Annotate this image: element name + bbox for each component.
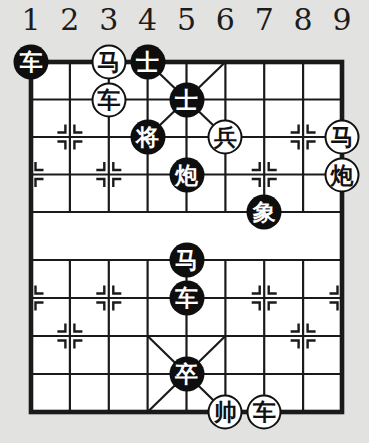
piece-black-soldier[interactable]: 卒 — [169, 357, 204, 392]
piece-red-soldier[interactable]: 兵 — [208, 120, 243, 155]
piece-red-general[interactable]: 帅 — [208, 395, 243, 430]
piece-red-cannon[interactable]: 炮 — [325, 157, 360, 192]
piece-red-chariot[interactable]: 车 — [91, 82, 126, 117]
piece-black-cannon[interactable]: 炮 — [169, 157, 204, 192]
piece-black-horse[interactable]: 马 — [169, 243, 204, 278]
piece-black-advisor[interactable]: 士 — [130, 45, 165, 80]
xiangqi-diagram: 123456789 车马士车士将兵马炮炮象马车卒帅车 — [0, 0, 369, 443]
piece-black-elephant[interactable]: 象 — [247, 195, 282, 230]
piece-black-chariot[interactable]: 车 — [169, 281, 204, 316]
piece-red-chariot[interactable]: 车 — [247, 395, 282, 430]
piece-black-general[interactable]: 将 — [130, 120, 165, 155]
piece-red-horse[interactable]: 马 — [91, 45, 126, 80]
pieces-layer: 车马士车士将兵马炮炮象马车卒帅车 — [0, 0, 369, 443]
piece-black-advisor[interactable]: 士 — [169, 82, 204, 117]
piece-black-chariot[interactable]: 车 — [14, 45, 49, 80]
piece-red-horse[interactable]: 马 — [325, 120, 360, 155]
